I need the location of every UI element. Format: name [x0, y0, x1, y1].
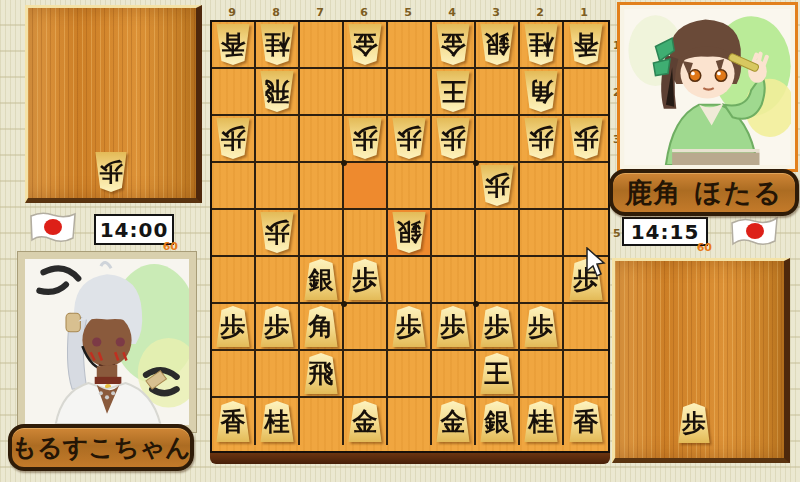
sente-rook-piece[interactable]: 飛 [303, 353, 339, 394]
star-point [341, 301, 347, 307]
square-8b[interactable]: 飛 [256, 69, 300, 116]
square-7d[interactable] [300, 163, 344, 210]
gote-nameplate: 鹿角 ほたる [609, 169, 799, 216]
sente-pawn-piece[interactable]: 歩 [435, 306, 471, 347]
gote-clock-time: 14:15 [622, 217, 708, 246]
square-9f[interactable] [212, 257, 256, 304]
square-2h[interactable] [520, 351, 564, 398]
square-6e[interactable] [344, 210, 388, 257]
square-8a[interactable]: 桂 [256, 22, 300, 69]
square-2d[interactable] [520, 163, 564, 210]
sente-pawn-piece[interactable]: 歩 [479, 306, 515, 347]
square-1d[interactable] [564, 163, 608, 210]
square-6i[interactable]: 金 [344, 398, 388, 445]
square-1b[interactable] [564, 69, 608, 116]
square-5a[interactable] [388, 22, 432, 69]
sente-pawn-piece[interactable]: 歩 [347, 259, 383, 300]
square-4b[interactable]: 王 [432, 69, 476, 116]
square-9a[interactable]: 香 [212, 22, 256, 69]
square-2e[interactable] [520, 210, 564, 257]
square-3g[interactable]: 歩 [476, 304, 520, 351]
square-7b[interactable] [300, 69, 344, 116]
gote-rook-piece[interactable]: 飛 [259, 71, 295, 112]
sente-captured-pawn[interactable]: 歩 [677, 403, 711, 443]
square-6g[interactable] [344, 304, 388, 351]
shogi-board: 香桂金金銀桂香飛王角歩歩歩歩歩歩歩歩銀銀歩歩歩歩角歩歩歩歩飛王香桂金金銀桂香 [210, 20, 610, 453]
gote-captured-pawn[interactable]: 歩 [94, 152, 128, 192]
square-8i[interactable]: 桂 [256, 398, 300, 445]
rank-label: 5 [613, 210, 621, 257]
square-4f[interactable] [432, 257, 476, 304]
square-6a[interactable]: 金 [344, 22, 388, 69]
square-3c[interactable] [476, 116, 520, 163]
gote-byoyomi: 60 [697, 241, 712, 254]
square-9h[interactable] [212, 351, 256, 398]
sente-gold-piece[interactable]: 金 [435, 401, 471, 442]
gote-pawn-piece[interactable]: 歩 [215, 118, 251, 159]
square-4g[interactable]: 歩 [432, 304, 476, 351]
star-point [341, 160, 347, 166]
gote-silver-piece[interactable]: 銀 [391, 212, 427, 253]
square-3d[interactable]: 歩 [476, 163, 520, 210]
square-1g[interactable] [564, 304, 608, 351]
square-5d[interactable] [388, 163, 432, 210]
square-5h[interactable] [388, 351, 432, 398]
file-labels: 987654321 [210, 6, 610, 19]
square-1c[interactable]: 歩 [564, 116, 608, 163]
gote-avatar [617, 2, 798, 172]
square-3e[interactable] [476, 210, 520, 257]
gote-pawn-piece[interactable]: 歩 [479, 165, 515, 206]
gote-knight-piece[interactable]: 桂 [259, 24, 295, 65]
square-7a[interactable] [300, 22, 344, 69]
sente-player-name: もるすこちゃん [11, 431, 190, 464]
square-9i[interactable]: 香 [212, 398, 256, 445]
file-label: 6 [342, 6, 386, 19]
square-1h[interactable] [564, 351, 608, 398]
sente-bishop-piece[interactable]: 角 [303, 306, 339, 347]
square-6h[interactable] [344, 351, 388, 398]
square-2c[interactable]: 歩 [520, 116, 564, 163]
gote-silver-piece[interactable]: 銀 [479, 24, 515, 65]
file-label: 3 [474, 6, 518, 19]
file-label: 9 [210, 6, 254, 19]
japan-flag-icon-gote [728, 215, 780, 249]
gote-pawn-piece[interactable]: 歩 [523, 118, 559, 159]
square-9d[interactable] [212, 163, 256, 210]
gote-pawn-piece[interactable]: 歩 [568, 118, 604, 159]
board-bottom-edge [210, 453, 610, 464]
square-4c[interactable]: 歩 [432, 116, 476, 163]
square-2f[interactable] [520, 257, 564, 304]
square-5f[interactable] [388, 257, 432, 304]
star-point [473, 301, 479, 307]
gote-bishop-piece[interactable]: 角 [523, 71, 559, 112]
square-9c[interactable]: 歩 [212, 116, 256, 163]
gote-lance-piece[interactable]: 香 [215, 24, 251, 65]
square-7g[interactable]: 角 [300, 304, 344, 351]
square-8d[interactable] [256, 163, 300, 210]
square-3h[interactable]: 王 [476, 351, 520, 398]
sente-silver-piece[interactable]: 銀 [303, 259, 339, 300]
square-3f[interactable] [476, 257, 520, 304]
square-6c[interactable]: 歩 [344, 116, 388, 163]
square-4a[interactable]: 金 [432, 22, 476, 69]
board-grid: 香桂金金銀桂香飛王角歩歩歩歩歩歩歩歩銀銀歩歩歩歩角歩歩歩歩飛王香桂金金銀桂香 [212, 22, 608, 445]
square-8g[interactable]: 歩 [256, 304, 300, 351]
gote-lance-piece[interactable]: 香 [568, 24, 604, 65]
file-label: 1 [562, 6, 606, 19]
square-3b[interactable] [476, 69, 520, 116]
sente-lance-piece[interactable]: 香 [568, 401, 604, 442]
sente-silver-piece[interactable]: 銀 [479, 401, 515, 442]
sente-gold-piece[interactable]: 金 [347, 401, 383, 442]
square-5b[interactable] [388, 69, 432, 116]
japan-flag-icon-sente [28, 210, 78, 246]
file-label: 4 [430, 6, 474, 19]
gote-player-name: 鹿角 ほたる [625, 175, 783, 211]
sente-pawn-piece[interactable]: 歩 [523, 306, 559, 347]
square-8c[interactable] [256, 116, 300, 163]
page-background: { "game": "shogi", "position": { "sfen":… [0, 0, 800, 482]
square-2a[interactable]: 桂 [520, 22, 564, 69]
sente-pawn-piece[interactable]: 歩 [259, 306, 295, 347]
square-4i[interactable]: 金 [432, 398, 476, 445]
square-7e[interactable] [300, 210, 344, 257]
gote-pawn-piece[interactable]: 歩 [391, 118, 427, 159]
square-7h[interactable]: 飛 [300, 351, 344, 398]
gote-knight-piece[interactable]: 桂 [523, 24, 559, 65]
square-5g[interactable]: 歩 [388, 304, 432, 351]
gote-pawn-piece[interactable]: 歩 [435, 118, 471, 159]
sente-knight-piece[interactable]: 桂 [523, 401, 559, 442]
sente-king-piece[interactable]: 王 [479, 353, 515, 394]
mouse-cursor [584, 247, 606, 283]
square-9g[interactable]: 歩 [212, 304, 256, 351]
square-5c[interactable]: 歩 [388, 116, 432, 163]
gote-captured-tray[interactable]: 歩 [25, 5, 202, 203]
square-8h[interactable] [256, 351, 300, 398]
file-label: 7 [298, 6, 342, 19]
square-6d[interactable] [344, 163, 388, 210]
gote-clock: 14:15 60 [622, 217, 708, 246]
sente-captured-tray[interactable]: 歩 [612, 258, 790, 463]
sente-lance-piece[interactable]: 香 [215, 401, 251, 442]
file-label: 2 [518, 6, 562, 19]
square-9e[interactable] [212, 210, 256, 257]
square-2i[interactable]: 桂 [520, 398, 564, 445]
square-5e[interactable]: 銀 [388, 210, 432, 257]
sente-pawn-piece[interactable]: 歩 [215, 306, 251, 347]
square-7c[interactable] [300, 116, 344, 163]
square-3i[interactable]: 銀 [476, 398, 520, 445]
square-6b[interactable] [344, 69, 388, 116]
file-label: 8 [254, 6, 298, 19]
square-4d[interactable] [432, 163, 476, 210]
star-point [473, 160, 479, 166]
sente-nameplate: もるすこちゃん [8, 424, 194, 471]
sente-avatar [18, 252, 196, 432]
square-1i[interactable]: 香 [564, 398, 608, 445]
square-7i[interactable] [300, 398, 344, 445]
gote-gold-piece[interactable]: 金 [435, 24, 471, 65]
square-4e[interactable] [432, 210, 476, 257]
square-7f[interactable]: 銀 [300, 257, 344, 304]
gote-pawn-piece[interactable]: 歩 [347, 118, 383, 159]
square-3a[interactable]: 銀 [476, 22, 520, 69]
gote-pawn-piece[interactable]: 歩 [259, 212, 295, 253]
gote-king-piece[interactable]: 王 [435, 71, 471, 112]
square-6f[interactable]: 歩 [344, 257, 388, 304]
sente-clock: 14:00 60 [94, 214, 174, 245]
square-9b[interactable] [212, 69, 256, 116]
square-5i[interactable] [388, 398, 432, 445]
sente-pawn-piece[interactable]: 歩 [391, 306, 427, 347]
square-2b[interactable]: 角 [520, 69, 564, 116]
square-8f[interactable] [256, 257, 300, 304]
square-8e[interactable]: 歩 [256, 210, 300, 257]
square-2g[interactable]: 歩 [520, 304, 564, 351]
square-1a[interactable]: 香 [564, 22, 608, 69]
square-4h[interactable] [432, 351, 476, 398]
file-label: 5 [386, 6, 430, 19]
gote-gold-piece[interactable]: 金 [347, 24, 383, 65]
sente-knight-piece[interactable]: 桂 [259, 401, 295, 442]
